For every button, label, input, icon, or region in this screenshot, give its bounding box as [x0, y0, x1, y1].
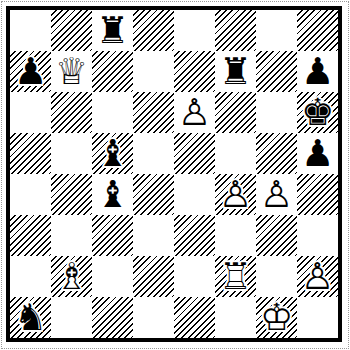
square-b6[interactable] — [51, 92, 92, 133]
square-a4[interactable] — [10, 174, 51, 215]
square-e4[interactable] — [174, 174, 215, 215]
square-h5[interactable]: ♟♟ — [297, 133, 338, 174]
square-h1[interactable] — [297, 297, 338, 338]
square-f2[interactable]: ♜♖ — [215, 256, 256, 297]
queen-glyph: ♕ — [51, 51, 92, 92]
white-queen-b7[interactable]: ♛♕ — [51, 51, 92, 92]
pawn-glyph: ♟ — [10, 51, 51, 92]
square-h7[interactable]: ♟♟ — [297, 51, 338, 92]
king-glyph: ♚ — [297, 92, 338, 133]
square-h4[interactable] — [297, 174, 338, 215]
square-b8[interactable] — [51, 10, 92, 51]
chess-board: ♜♜♟♟♛♕♜♜♟♟♟♙♚♚♝♝♟♟♝♝♟♙♟♙♝♗♜♖♟♙♞♞♚♔ — [10, 10, 338, 338]
square-d4[interactable] — [133, 174, 174, 215]
square-g4[interactable]: ♟♙ — [256, 174, 297, 215]
square-a2[interactable] — [10, 256, 51, 297]
square-d5[interactable] — [133, 133, 174, 174]
pawn-glyph: ♟ — [297, 133, 338, 174]
square-f4[interactable]: ♟♙ — [215, 174, 256, 215]
square-f1[interactable] — [215, 297, 256, 338]
square-g1[interactable]: ♚♔ — [256, 297, 297, 338]
square-d8[interactable] — [133, 10, 174, 51]
square-e6[interactable]: ♟♙ — [174, 92, 215, 133]
square-e3[interactable] — [174, 215, 215, 256]
white-king-g1[interactable]: ♚♔ — [256, 297, 297, 338]
square-f8[interactable] — [215, 10, 256, 51]
pawn-glyph: ♙ — [215, 174, 256, 215]
square-g7[interactable] — [256, 51, 297, 92]
square-f6[interactable] — [215, 92, 256, 133]
white-pawn-e6[interactable]: ♟♙ — [174, 92, 215, 133]
square-b4[interactable] — [51, 174, 92, 215]
square-b1[interactable] — [51, 297, 92, 338]
square-h2[interactable]: ♟♙ — [297, 256, 338, 297]
square-e8[interactable] — [174, 10, 215, 51]
black-pawn-h7[interactable]: ♟♟ — [297, 51, 338, 92]
white-pawn-h2[interactable]: ♟♙ — [297, 256, 338, 297]
square-a6[interactable] — [10, 92, 51, 133]
square-c2[interactable] — [92, 256, 133, 297]
square-e7[interactable] — [174, 51, 215, 92]
black-rook-f7[interactable]: ♜♜ — [215, 51, 256, 92]
black-bishop-c4[interactable]: ♝♝ — [92, 174, 133, 215]
pawn-glyph: ♙ — [297, 256, 338, 297]
square-f5[interactable] — [215, 133, 256, 174]
white-bishop-b2[interactable]: ♝♗ — [51, 256, 92, 297]
white-pawn-f4[interactable]: ♟♙ — [215, 174, 256, 215]
square-d7[interactable] — [133, 51, 174, 92]
board-frame: ♜♜♟♟♛♕♜♜♟♟♟♙♚♚♝♝♟♟♝♝♟♙♟♙♝♗♜♖♟♙♞♞♚♔ — [6, 6, 342, 342]
square-f3[interactable] — [215, 215, 256, 256]
square-e2[interactable] — [174, 256, 215, 297]
black-pawn-h5[interactable]: ♟♟ — [297, 133, 338, 174]
black-pawn-a7[interactable]: ♟♟ — [10, 51, 51, 92]
square-h6[interactable]: ♚♚ — [297, 92, 338, 133]
pawn-glyph: ♟ — [297, 51, 338, 92]
square-a8[interactable] — [10, 10, 51, 51]
square-g8[interactable] — [256, 10, 297, 51]
square-g5[interactable] — [256, 133, 297, 174]
black-bishop-c5[interactable]: ♝♝ — [92, 133, 133, 174]
square-h3[interactable] — [297, 215, 338, 256]
knight-glyph: ♞ — [10, 297, 51, 338]
white-rook-f2[interactable]: ♜♖ — [215, 256, 256, 297]
square-a5[interactable] — [10, 133, 51, 174]
square-c3[interactable] — [92, 215, 133, 256]
square-c7[interactable] — [92, 51, 133, 92]
square-g6[interactable] — [256, 92, 297, 133]
black-king-h6[interactable]: ♚♚ — [297, 92, 338, 133]
rook-glyph: ♜ — [92, 10, 133, 51]
square-f7[interactable]: ♜♜ — [215, 51, 256, 92]
square-c6[interactable] — [92, 92, 133, 133]
square-b3[interactable] — [51, 215, 92, 256]
bishop-glyph: ♗ — [51, 256, 92, 297]
square-c1[interactable] — [92, 297, 133, 338]
square-c5[interactable]: ♝♝ — [92, 133, 133, 174]
rook-glyph: ♜ — [215, 51, 256, 92]
square-d6[interactable] — [133, 92, 174, 133]
black-rook-c8[interactable]: ♜♜ — [92, 10, 133, 51]
black-knight-a1[interactable]: ♞♞ — [10, 297, 51, 338]
square-b5[interactable] — [51, 133, 92, 174]
pawn-glyph: ♙ — [174, 92, 215, 133]
white-pawn-g4[interactable]: ♟♙ — [256, 174, 297, 215]
square-d2[interactable] — [133, 256, 174, 297]
rook-glyph: ♖ — [215, 256, 256, 297]
square-a7[interactable]: ♟♟ — [10, 51, 51, 92]
square-a1[interactable]: ♞♞ — [10, 297, 51, 338]
bishop-glyph: ♝ — [92, 133, 133, 174]
square-e1[interactable] — [174, 297, 215, 338]
square-d1[interactable] — [133, 297, 174, 338]
pawn-glyph: ♙ — [256, 174, 297, 215]
square-h8[interactable] — [297, 10, 338, 51]
square-g3[interactable] — [256, 215, 297, 256]
square-b2[interactable]: ♝♗ — [51, 256, 92, 297]
square-a3[interactable] — [10, 215, 51, 256]
square-e5[interactable] — [174, 133, 215, 174]
bishop-glyph: ♝ — [92, 174, 133, 215]
square-c8[interactable]: ♜♜ — [92, 10, 133, 51]
square-b7[interactable]: ♛♕ — [51, 51, 92, 92]
square-c4[interactable]: ♝♝ — [92, 174, 133, 215]
king-glyph: ♔ — [256, 297, 297, 338]
square-g2[interactable] — [256, 256, 297, 297]
square-d3[interactable] — [133, 215, 174, 256]
